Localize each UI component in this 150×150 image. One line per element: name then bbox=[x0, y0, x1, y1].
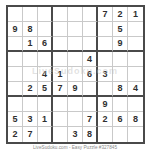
cell-r7c2[interactable] bbox=[23, 97, 38, 112]
cell-r3c2[interactable]: 1 bbox=[23, 37, 38, 52]
cell-r5c2[interactable] bbox=[23, 67, 38, 82]
cell-r7c4[interactable] bbox=[53, 97, 68, 112]
cell-r2c8[interactable]: 5 bbox=[113, 22, 128, 37]
cell-r5c7[interactable]: 3 bbox=[98, 67, 113, 82]
cell-r6c5[interactable]: 9 bbox=[68, 82, 83, 97]
cell-r6c6[interactable] bbox=[83, 82, 98, 97]
cell-r9c6[interactable]: 8 bbox=[83, 127, 98, 142]
cell-r8c7[interactable]: 2 bbox=[98, 112, 113, 127]
cell-r3c4[interactable] bbox=[53, 37, 68, 52]
cell-r8c1[interactable]: 5 bbox=[8, 112, 23, 127]
cell-r4c7[interactable] bbox=[98, 52, 113, 67]
cell-r6c3[interactable]: 5 bbox=[38, 82, 53, 97]
cell-r1c4[interactable] bbox=[53, 7, 68, 22]
cell-r3c5[interactable] bbox=[68, 37, 83, 52]
cell-r9c5[interactable]: 3 bbox=[68, 127, 83, 142]
cell-r8c2[interactable]: 3 bbox=[23, 112, 38, 127]
cell-r3c1[interactable] bbox=[8, 37, 23, 52]
cell-r8c3[interactable]: 1 bbox=[38, 112, 53, 127]
cell-r2c4[interactable] bbox=[53, 22, 68, 37]
cell-r4c5[interactable] bbox=[68, 52, 83, 67]
cell-r8c8[interactable]: 6 bbox=[113, 112, 128, 127]
cell-r2c9[interactable] bbox=[128, 22, 143, 37]
cell-r5c4[interactable]: 1 bbox=[53, 67, 68, 82]
cell-r6c7[interactable] bbox=[98, 82, 113, 97]
cell-r4c8[interactable] bbox=[113, 52, 128, 67]
cell-r2c2[interactable]: 8 bbox=[23, 22, 38, 37]
cell-r4c2[interactable] bbox=[23, 52, 38, 67]
cell-r9c3[interactable] bbox=[38, 127, 53, 142]
cell-r2c5[interactable] bbox=[68, 22, 83, 37]
cell-r6c8[interactable]: 8 bbox=[113, 82, 128, 97]
cell-r3c8[interactable]: 9 bbox=[113, 37, 128, 52]
cell-r4c3[interactable] bbox=[38, 52, 53, 67]
cell-r3c9[interactable] bbox=[128, 37, 143, 52]
cell-r3c3[interactable]: 6 bbox=[38, 37, 53, 52]
cell-r7c7[interactable]: 9 bbox=[98, 97, 113, 112]
cell-r4c9[interactable] bbox=[128, 52, 143, 67]
caption: LiveSudoku.com - Easy Puzzle #327845 bbox=[17, 145, 134, 150]
cell-r5c9[interactable] bbox=[128, 67, 143, 82]
cell-r6c1[interactable] bbox=[8, 82, 23, 97]
cell-r3c7[interactable] bbox=[98, 37, 113, 52]
cell-r2c3[interactable] bbox=[38, 22, 53, 37]
cell-r6c2[interactable]: 2 bbox=[23, 82, 38, 97]
cell-r7c9[interactable] bbox=[128, 97, 143, 112]
cell-r7c8[interactable] bbox=[113, 97, 128, 112]
cell-r5c5[interactable] bbox=[68, 67, 83, 82]
cell-r8c9[interactable]: 8 bbox=[128, 112, 143, 127]
cell-r7c5[interactable] bbox=[68, 97, 83, 112]
sudoku-board: 72198516944163257984953172682738 bbox=[6, 5, 145, 144]
cell-r9c4[interactable] bbox=[53, 127, 68, 142]
cell-r9c7[interactable] bbox=[98, 127, 113, 142]
cell-r2c7[interactable] bbox=[98, 22, 113, 37]
cell-r1c2[interactable] bbox=[23, 7, 38, 22]
cell-r9c8[interactable] bbox=[113, 127, 128, 142]
cell-r1c8[interactable]: 2 bbox=[113, 7, 128, 22]
cell-r9c1[interactable]: 2 bbox=[8, 127, 23, 142]
cell-r1c1[interactable] bbox=[8, 7, 23, 22]
cell-r7c3[interactable] bbox=[38, 97, 53, 112]
cell-r5c3[interactable]: 4 bbox=[38, 67, 53, 82]
cell-r9c9[interactable] bbox=[128, 127, 143, 142]
cell-r1c3[interactable] bbox=[38, 7, 53, 22]
cell-r8c5[interactable] bbox=[68, 112, 83, 127]
cell-r7c6[interactable] bbox=[83, 97, 98, 112]
cell-r5c6[interactable]: 6 bbox=[83, 67, 98, 82]
cell-r4c1[interactable] bbox=[8, 52, 23, 67]
cell-r3c6[interactable] bbox=[83, 37, 98, 52]
cell-r4c6[interactable]: 4 bbox=[83, 52, 98, 67]
cell-r2c6[interactable] bbox=[83, 22, 98, 37]
cell-r1c5[interactable] bbox=[68, 7, 83, 22]
cell-r7c1[interactable] bbox=[8, 97, 23, 112]
cell-r8c6[interactable]: 7 bbox=[83, 112, 98, 127]
cell-r5c1[interactable] bbox=[8, 67, 23, 82]
cell-r1c6[interactable] bbox=[83, 7, 98, 22]
cell-r1c7[interactable]: 7 bbox=[98, 7, 113, 22]
cell-r6c9[interactable]: 4 bbox=[128, 82, 143, 97]
cell-r4c4[interactable] bbox=[53, 52, 68, 67]
cell-r1c9[interactable]: 1 bbox=[128, 7, 143, 22]
cell-r2c1[interactable]: 9 bbox=[8, 22, 23, 37]
cell-r5c8[interactable] bbox=[113, 67, 128, 82]
cell-r9c2[interactable]: 7 bbox=[23, 127, 38, 142]
cell-r6c4[interactable]: 7 bbox=[53, 82, 68, 97]
cell-r8c4[interactable] bbox=[53, 112, 68, 127]
